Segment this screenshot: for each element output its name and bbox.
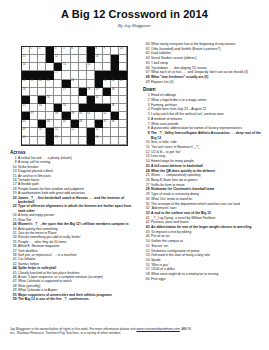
grid-cell: 38 [54, 112, 62, 120]
grid-cell [119, 120, 127, 128]
byline: By Jay Waggoner [0, 23, 269, 28]
cell-number: 3 [39, 47, 41, 50]
block-cell [46, 128, 54, 136]
footer: Jay Waggoner is the owner/author of righ… [10, 327, 262, 336]
grid-cell [119, 137, 127, 145]
grid-cell: 2 [30, 47, 38, 55]
clue-text: Type of offensive alignments in which th… [18, 204, 139, 213]
grid-cell: 13 [95, 55, 103, 63]
grid-cell [87, 120, 95, 128]
grid-cell [119, 112, 127, 120]
grid-cell: 37 [30, 112, 38, 120]
cell-number: 47 [104, 120, 107, 123]
grid-cell [103, 63, 111, 71]
grid-cell [87, 71, 95, 79]
right-clue-column: 60What nearly everyone has at the beginn… [143, 42, 264, 281]
cell-number: 48 [112, 120, 115, 123]
grid-cell: 35 [62, 104, 70, 112]
grid-cell [79, 63, 87, 71]
grid-cell: 6 [71, 47, 79, 55]
cell-number: 18 [23, 79, 26, 82]
grid-cell [103, 55, 111, 63]
grid-cell: 52 [71, 128, 79, 136]
grid-cell [46, 63, 54, 71]
grid-cell [103, 128, 111, 136]
clue-number: 9 [143, 131, 151, 136]
cell-number: 41 [87, 112, 90, 115]
cell-number: 29 [95, 88, 98, 91]
grid-cell: 21 [46, 80, 54, 88]
grid-cell [30, 96, 38, 104]
block-cell [46, 55, 54, 63]
grid-cell [79, 71, 87, 79]
worksheet-page: A Big 12 Crossword in 2014 By Jay Waggon… [0, 0, 269, 350]
cell-number: 56 [95, 136, 98, 139]
down-clue-list: 1Head of cabbage2What a legal bribe is t… [143, 93, 264, 281]
grid-cell [71, 104, 79, 112]
cell-number: 20 [39, 79, 42, 82]
grid-cell [38, 137, 46, 145]
grid-cell: 46 [79, 120, 87, 128]
grid-cell [111, 96, 119, 104]
block-cell [79, 104, 87, 112]
grid-cell: 20 [38, 80, 46, 88]
crossword-grid-frame: 1234567891011121314151617181920212223242… [21, 46, 128, 146]
cell-number: 22 [71, 79, 74, 82]
grid-cell [30, 137, 38, 145]
block-cell [46, 47, 54, 55]
across-section: Across 1A verbal list and . . . a phony … [10, 150, 139, 301]
grid-cell [111, 47, 119, 55]
clue-number: 60 [143, 277, 151, 282]
cell-number: 42 [104, 112, 107, 115]
clue-line: 69Flippers' kin (4) [143, 80, 264, 85]
grid-cell [95, 112, 103, 120]
grid-cell [62, 71, 70, 79]
down-header: Down [143, 87, 264, 93]
grid-cell: 18 [22, 80, 30, 88]
cell-number: 35 [63, 104, 66, 107]
grid-cell: 1 [22, 47, 30, 55]
clue-text: First eggs [151, 277, 264, 282]
grid-cell [30, 128, 38, 136]
clue-line: 22Type of offensive alignments in which … [10, 204, 139, 213]
cell-number: 10 [120, 47, 123, 50]
grid-cell: 44 [46, 120, 54, 128]
grid-cell: 31 [46, 96, 54, 104]
block-cell [95, 71, 103, 79]
footer-text-3: etc., Rainbow Resource, Teachers Pay Tea… [10, 331, 121, 335]
grid-cell [119, 104, 127, 112]
crossword-grid: 1234567891011121314151617181920212223242… [22, 47, 127, 145]
grid-cell [119, 128, 127, 136]
grid-cell [103, 96, 111, 104]
clue-text: James _?_ , first basketball coach at Ka… [18, 196, 139, 205]
grid-cell: 33 [22, 104, 30, 112]
block-cell [38, 96, 46, 104]
cell-number: 17 [55, 71, 58, 74]
cell-number: 39 [71, 112, 74, 115]
cell-number: 4 [55, 47, 57, 50]
grid-cell: 50 [38, 128, 46, 136]
grid-cell: 41 [87, 112, 95, 120]
cell-number: 43 [23, 120, 26, 123]
cell-number: 40 [79, 112, 82, 115]
cell-number: 6 [71, 47, 73, 50]
block-cell [87, 47, 95, 55]
grid-cell: 14 [22, 63, 30, 71]
grid-cell: 32 [95, 96, 103, 104]
grid-cell: 10 [119, 47, 127, 55]
clue-line: 59The Big 12 is one of the five _?_ conf… [10, 297, 139, 301]
across-clue-list: 1A verbal list and . . . a phony (initia… [10, 156, 139, 301]
clue-line: 20James _?_ , first basketball coach at … [10, 196, 139, 205]
cell-number: 24 [112, 79, 115, 82]
grid-cell: 47 [103, 120, 111, 128]
grid-cell [62, 128, 70, 136]
cell-number: 44 [47, 120, 50, 123]
clue-number: 20 [10, 196, 18, 200]
block-cell [79, 88, 87, 96]
cell-number: 25 [120, 79, 123, 82]
grid-cell [71, 55, 79, 63]
cell-number: 51 [55, 128, 58, 131]
cell-number: 19 [31, 79, 34, 82]
cell-number: 12 [55, 55, 58, 58]
grid-cell [46, 88, 54, 96]
cell-number: 52 [71, 128, 74, 131]
grid-cell [79, 80, 87, 88]
clue-text: The _?_ Valley Intercollegiate Athletic … [151, 131, 264, 140]
grid-cell [79, 128, 87, 136]
grid-cell: 22 [71, 80, 79, 88]
block-cell [87, 104, 95, 112]
grid-cell [30, 55, 38, 63]
block-cell [95, 80, 103, 88]
grid-cell [62, 137, 70, 145]
grid-cell [119, 96, 127, 104]
block-cell [46, 137, 54, 145]
cell-number: 15 [63, 63, 66, 66]
grid-cell [38, 88, 46, 96]
cell-number: 13 [95, 55, 98, 58]
grid-cell [87, 80, 95, 88]
cell-number: 49 [23, 128, 26, 131]
grid-cell: 56 [95, 137, 103, 145]
page-title: A Big 12 Crossword in 2014 [0, 8, 269, 20]
block-cell [54, 104, 62, 112]
block-cell [111, 55, 119, 63]
cell-number: 23 [104, 79, 107, 82]
clue-text: Flippers' kin (4) [151, 80, 264, 85]
grid-cell: 15 [62, 63, 70, 71]
grid-cell: 7 [79, 47, 87, 55]
grid-cell: 34 [38, 104, 46, 112]
grid-cell [30, 104, 38, 112]
grid-cell [119, 63, 127, 71]
clue-number: 59 [10, 297, 18, 301]
cell-number: 38 [55, 112, 58, 115]
block-cell [22, 96, 30, 104]
cell-number: 27 [63, 88, 66, 91]
grid-cell: 16 [87, 63, 95, 71]
clue-number: 69 [143, 80, 151, 85]
grid-cell [30, 120, 38, 128]
cell-number: 26 [23, 88, 26, 91]
cell-number: 53 [95, 128, 98, 131]
cell-number: 16 [87, 63, 90, 66]
grid-cell: 17 [54, 71, 62, 79]
block-cell [103, 104, 111, 112]
grid-cell [79, 137, 87, 145]
cell-number: 14 [23, 63, 26, 66]
cell-number: 36 [112, 104, 115, 107]
grid-cell [103, 137, 111, 145]
clue-number: 22 [10, 204, 18, 208]
cell-number: 5 [63, 47, 65, 50]
cell-number: 50 [39, 128, 42, 131]
cell-number: 2 [31, 47, 33, 50]
grid-cell [95, 63, 103, 71]
grid-cell: 23 [103, 80, 111, 88]
grid-cell: 9 [103, 47, 111, 55]
across-continuation-list: 60What nearly everyone has at the beginn… [143, 42, 264, 84]
cell-number: 9 [104, 47, 106, 50]
grid-cell [54, 80, 62, 88]
cell-number: 1 [23, 47, 25, 50]
grid-cell [119, 88, 127, 96]
grid-cell [30, 63, 38, 71]
block-cell [95, 104, 103, 112]
clue-line: 9The _?_ Valley Intercollegiate Athletic… [143, 131, 264, 140]
grid-cell [119, 55, 127, 63]
grid-cell: 30 [111, 88, 119, 96]
block-cell [103, 88, 111, 96]
cell-number: 7 [79, 47, 81, 50]
grid-cell: 8 [95, 47, 103, 55]
footer-text-2: , AMOS, [180, 327, 192, 331]
cell-number: 46 [79, 120, 82, 123]
grid-cell [54, 96, 62, 104]
grid-cell [71, 63, 79, 71]
block-cell [62, 80, 70, 88]
grid-cell: 54 [22, 137, 30, 145]
grid-cell [38, 63, 46, 71]
cell-number: 28 [87, 88, 90, 91]
cell-number: 34 [39, 104, 42, 107]
grid-cell [46, 104, 54, 112]
grid-cell: 3 [38, 47, 46, 55]
cell-number: 8 [95, 47, 97, 50]
cell-number: 37 [31, 112, 34, 115]
grid-cell [71, 96, 79, 104]
grid-cell: 48 [111, 120, 119, 128]
cell-number: 32 [95, 96, 98, 99]
grid-cell: 12 [54, 55, 62, 63]
grid-cell [30, 88, 38, 96]
grid-cell: 39 [71, 112, 79, 120]
grid-cell: 5 [62, 47, 70, 55]
grid-cell [79, 55, 87, 63]
cell-number: 31 [47, 96, 50, 99]
grid-cell: 36 [111, 104, 119, 112]
block-cell [87, 128, 95, 136]
grid-cell [62, 96, 70, 104]
cell-number: 33 [23, 104, 26, 107]
grid-cell: 55 [54, 137, 62, 145]
clue-text: The Big 12 is one of the five _?_ confer… [18, 297, 139, 301]
grid-cell [111, 128, 119, 136]
cell-number: 30 [112, 88, 115, 91]
cell-number: 55 [55, 136, 58, 139]
block-cell [111, 63, 119, 71]
grid-cell [71, 88, 79, 96]
grid-cell: 19 [30, 80, 38, 88]
grid-cell [54, 88, 62, 96]
footer-link[interactable]: www.crosswordsandmore.com [137, 327, 180, 331]
grid-cell: 25 [119, 80, 127, 88]
grid-cell: 24 [111, 80, 119, 88]
block-cell [87, 137, 95, 145]
grid-cell [111, 137, 119, 145]
grid-cell: 45 [62, 120, 70, 128]
grid-cell [38, 55, 46, 63]
cell-number: 54 [23, 136, 26, 139]
grid-cell: 29 [95, 88, 103, 96]
grid-cell: 26 [22, 88, 30, 96]
cell-number: 11 [23, 55, 26, 58]
cell-number: 45 [63, 120, 66, 123]
grid-cell [79, 96, 87, 104]
grid-cell [38, 112, 46, 120]
cell-number: 21 [47, 79, 50, 82]
grid-cell: 28 [87, 88, 95, 96]
grid-cell: 27 [62, 88, 70, 96]
grid-cell: 4 [54, 47, 62, 55]
clue-line: 60First eggs [143, 277, 264, 282]
block-cell [87, 96, 95, 104]
grid-cell [71, 137, 79, 145]
